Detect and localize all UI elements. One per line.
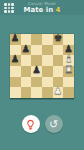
square-r0c4[interactable]: ♚: [53, 34, 64, 45]
square-r5c1[interactable]: [21, 87, 32, 98]
square-r1c3[interactable]: [42, 45, 53, 56]
square-r2c4[interactable]: [53, 55, 64, 66]
square-r1c5[interactable]: ♟: [63, 45, 74, 56]
square-r1c4[interactable]: [53, 45, 64, 56]
square-r5c4[interactable]: ♟: [53, 87, 64, 98]
square-r1c1[interactable]: ♟: [21, 45, 32, 56]
black-pawn: ♟: [21, 43, 32, 55]
square-r4c5[interactable]: [63, 77, 74, 88]
square-r0c3[interactable]: [42, 34, 53, 45]
title-move-count: 4: [56, 6, 61, 14]
black-pawn: ♟: [31, 64, 42, 76]
square-r4c0[interactable]: [10, 77, 21, 88]
black-pawn: ♟: [10, 32, 21, 44]
white-bishop: ♝: [63, 53, 74, 65]
white-rook: ♜: [63, 64, 74, 76]
hint-button[interactable]: [22, 115, 40, 133]
header: Casual Mode Mate in 4: [0, 1, 84, 14]
square-r2c0[interactable]: ♟: [10, 55, 21, 66]
square-r1c0[interactable]: [10, 45, 21, 56]
chess-board[interactable]: ♟♚♟♟♟♝♟♜♟: [10, 34, 74, 98]
square-r0c2[interactable]: [31, 34, 42, 45]
square-r2c5[interactable]: ♝: [63, 55, 74, 66]
black-king: ♚: [53, 32, 64, 44]
black-pawn: ♟: [63, 43, 74, 55]
square-r2c2[interactable]: [31, 55, 42, 66]
square-r3c4[interactable]: [53, 66, 64, 77]
square-r0c0[interactable]: ♟: [10, 34, 21, 45]
square-r4c3[interactable]: [42, 77, 53, 88]
square-r5c0[interactable]: [10, 87, 21, 98]
app-root: Casual Mode Mate in 4 ♟♚♟♟♟♝♟♜♟ ↺: [0, 0, 84, 150]
square-r5c5[interactable]: [63, 87, 74, 98]
title-prefix: Mate in: [24, 6, 56, 14]
restart-button[interactable]: ↺: [45, 115, 63, 133]
square-r4c1[interactable]: [21, 77, 32, 88]
square-r4c4[interactable]: [53, 77, 64, 88]
square-r0c5[interactable]: [63, 34, 74, 45]
square-r2c1[interactable]: [21, 55, 32, 66]
square-r0c1[interactable]: [21, 34, 32, 45]
square-r5c3[interactable]: [42, 87, 53, 98]
lightbulb-icon: [25, 119, 36, 130]
square-r1c2[interactable]: [31, 45, 42, 56]
square-r3c1[interactable]: [21, 66, 32, 77]
square-r2c3[interactable]: [42, 55, 53, 66]
restart-arrow-icon: ↺: [49, 118, 58, 129]
square-r3c2[interactable]: ♟: [31, 66, 42, 77]
white-pawn: ♟: [53, 85, 64, 97]
page-title: Mate in 4: [0, 6, 84, 14]
square-r3c0[interactable]: [10, 66, 21, 77]
black-pawn: ♟: [10, 53, 21, 65]
square-r3c3[interactable]: [42, 66, 53, 77]
action-buttons: ↺: [0, 115, 84, 133]
square-r5c2[interactable]: [31, 87, 42, 98]
square-r4c2[interactable]: [31, 77, 42, 88]
square-r3c5[interactable]: ♜: [63, 66, 74, 77]
